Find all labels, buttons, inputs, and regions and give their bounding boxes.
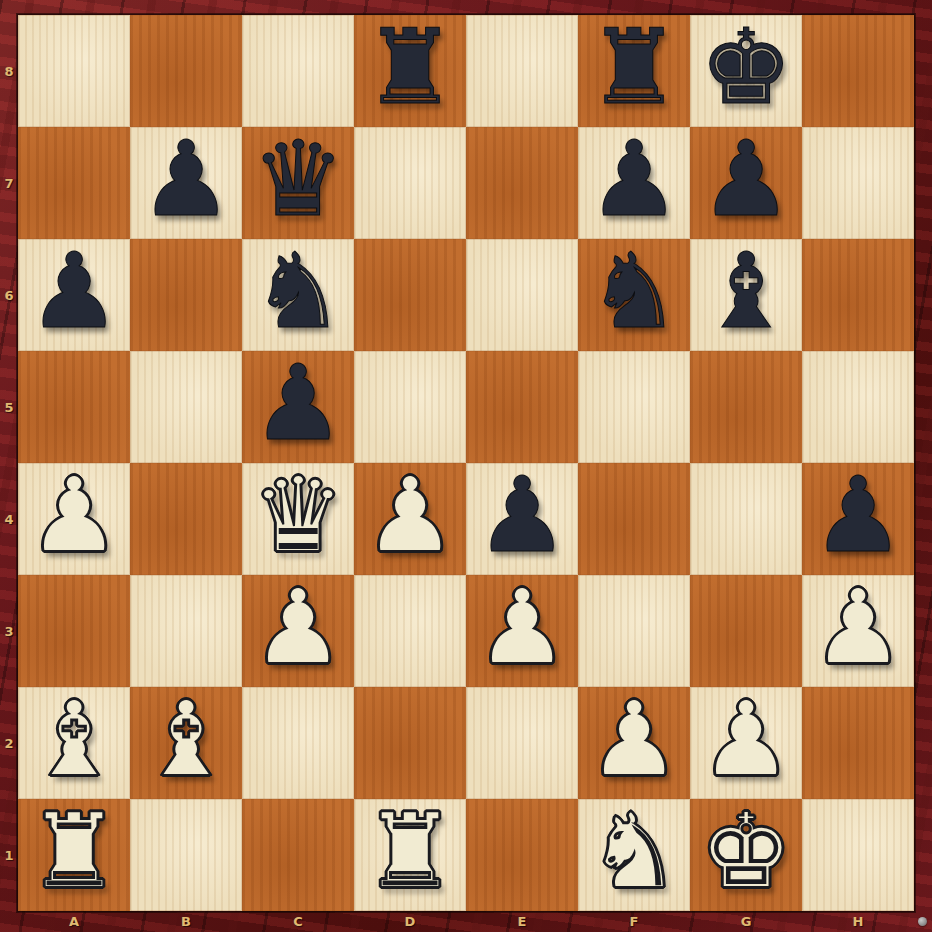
square-h5[interactable] <box>802 351 914 463</box>
black-pawn[interactable]: ♟ <box>811 463 904 567</box>
square-a5[interactable] <box>18 351 130 463</box>
square-e4[interactable]: ♟ <box>466 463 578 575</box>
square-c4[interactable]: ♛ <box>242 463 354 575</box>
white-pawn[interactable]: ♟ <box>475 575 568 679</box>
black-knight[interactable]: ♞ <box>587 239 680 343</box>
square-f3[interactable] <box>578 575 690 687</box>
square-a2[interactable]: ♝ <box>18 687 130 799</box>
square-c7[interactable]: ♛ <box>242 127 354 239</box>
square-d7[interactable] <box>354 127 466 239</box>
white-bishop[interactable]: ♝ <box>27 687 120 791</box>
white-pawn[interactable]: ♟ <box>251 575 344 679</box>
square-f4[interactable] <box>578 463 690 575</box>
black-pawn[interactable]: ♟ <box>587 127 680 231</box>
black-knight[interactable]: ♞ <box>251 239 344 343</box>
rank-label-6: 6 <box>0 239 18 351</box>
square-a6[interactable]: ♟ <box>18 239 130 351</box>
black-rook[interactable]: ♜ <box>363 15 456 119</box>
square-c8[interactable] <box>242 15 354 127</box>
square-f6[interactable]: ♞ <box>578 239 690 351</box>
square-g2[interactable]: ♟ <box>690 687 802 799</box>
rank-label-4: 4 <box>0 463 18 575</box>
file-label-b: B <box>130 911 242 932</box>
square-a4[interactable]: ♟ <box>18 463 130 575</box>
square-b2[interactable]: ♝ <box>130 687 242 799</box>
rank-label-1: 1 <box>0 799 18 911</box>
square-b4[interactable] <box>130 463 242 575</box>
black-bishop[interactable]: ♝ <box>699 239 792 343</box>
white-queen[interactable]: ♛ <box>251 463 344 567</box>
rank-label-3: 3 <box>0 575 18 687</box>
square-a3[interactable] <box>18 575 130 687</box>
chess-board: ♜♜♚♟♛♟♟♟♞♞♝♟♟♛♟♟♟♟♟♟♝♝♟♟♜♜♞♚ <box>18 15 914 911</box>
white-pawn[interactable]: ♟ <box>699 687 792 791</box>
file-label-g: G <box>690 911 802 932</box>
square-e8[interactable] <box>466 15 578 127</box>
file-label-e: E <box>466 911 578 932</box>
rank-labels: 87654321 <box>0 15 18 911</box>
square-d3[interactable] <box>354 575 466 687</box>
white-knight[interactable]: ♞ <box>587 799 680 903</box>
square-a8[interactable] <box>18 15 130 127</box>
square-b5[interactable] <box>130 351 242 463</box>
square-d2[interactable] <box>354 687 466 799</box>
black-king[interactable]: ♚ <box>699 15 792 119</box>
file-label-c: C <box>242 911 354 932</box>
square-e2[interactable] <box>466 687 578 799</box>
square-c2[interactable] <box>242 687 354 799</box>
file-labels: ABCDEFGH <box>18 911 914 932</box>
square-f5[interactable] <box>578 351 690 463</box>
square-g7[interactable]: ♟ <box>690 127 802 239</box>
square-h1[interactable] <box>802 799 914 911</box>
square-e5[interactable] <box>466 351 578 463</box>
rank-label-7: 7 <box>0 127 18 239</box>
square-h6[interactable] <box>802 239 914 351</box>
square-c6[interactable]: ♞ <box>242 239 354 351</box>
file-label-a: A <box>18 911 130 932</box>
white-rook[interactable]: ♜ <box>363 799 456 903</box>
white-bishop[interactable]: ♝ <box>139 687 232 791</box>
square-b1[interactable] <box>130 799 242 911</box>
square-e7[interactable] <box>466 127 578 239</box>
rank-label-8: 8 <box>0 15 18 127</box>
square-e3[interactable]: ♟ <box>466 575 578 687</box>
black-pawn[interactable]: ♟ <box>475 463 568 567</box>
square-a1[interactable]: ♜ <box>18 799 130 911</box>
black-pawn[interactable]: ♟ <box>139 127 232 231</box>
square-e6[interactable] <box>466 239 578 351</box>
black-rook[interactable]: ♜ <box>587 15 680 119</box>
square-g5[interactable] <box>690 351 802 463</box>
square-c3[interactable]: ♟ <box>242 575 354 687</box>
square-c5[interactable]: ♟ <box>242 351 354 463</box>
square-d5[interactable] <box>354 351 466 463</box>
square-d1[interactable]: ♜ <box>354 799 466 911</box>
rank-label-5: 5 <box>0 351 18 463</box>
square-f7[interactable]: ♟ <box>578 127 690 239</box>
square-d4[interactable]: ♟ <box>354 463 466 575</box>
white-pawn[interactable]: ♟ <box>587 687 680 791</box>
square-g3[interactable] <box>690 575 802 687</box>
rank-label-2: 2 <box>0 687 18 799</box>
square-h3[interactable]: ♟ <box>802 575 914 687</box>
square-a7[interactable] <box>18 127 130 239</box>
square-c1[interactable] <box>242 799 354 911</box>
square-f1[interactable]: ♞ <box>578 799 690 911</box>
white-rook[interactable]: ♜ <box>27 799 120 903</box>
square-d8[interactable]: ♜ <box>354 15 466 127</box>
white-pawn[interactable]: ♟ <box>27 463 120 567</box>
black-pawn[interactable]: ♟ <box>251 351 344 455</box>
square-h2[interactable] <box>802 687 914 799</box>
square-f2[interactable]: ♟ <box>578 687 690 799</box>
black-pawn[interactable]: ♟ <box>27 239 120 343</box>
square-b6[interactable] <box>130 239 242 351</box>
file-label-h: H <box>802 911 914 932</box>
square-h8[interactable] <box>802 15 914 127</box>
square-h7[interactable] <box>802 127 914 239</box>
corner-dot-decoration <box>918 917 927 926</box>
square-g1[interactable]: ♚ <box>690 799 802 911</box>
square-e1[interactable] <box>466 799 578 911</box>
square-b8[interactable] <box>130 15 242 127</box>
square-f8[interactable]: ♜ <box>578 15 690 127</box>
square-d6[interactable] <box>354 239 466 351</box>
white-pawn[interactable]: ♟ <box>811 575 904 679</box>
square-h4[interactable]: ♟ <box>802 463 914 575</box>
square-g6[interactable]: ♝ <box>690 239 802 351</box>
file-label-d: D <box>354 911 466 932</box>
square-g8[interactable]: ♚ <box>690 15 802 127</box>
white-king[interactable]: ♚ <box>699 799 792 903</box>
white-pawn[interactable]: ♟ <box>363 463 456 567</box>
square-g4[interactable] <box>690 463 802 575</box>
chess-board-frame: 87654321 ♜♜♚♟♛♟♟♟♞♞♝♟♟♛♟♟♟♟♟♟♝♝♟♟♜♜♞♚ AB… <box>0 0 932 932</box>
file-label-f: F <box>578 911 690 932</box>
black-pawn[interactable]: ♟ <box>699 127 792 231</box>
square-b7[interactable]: ♟ <box>130 127 242 239</box>
black-queen[interactable]: ♛ <box>251 127 344 231</box>
square-b3[interactable] <box>130 575 242 687</box>
